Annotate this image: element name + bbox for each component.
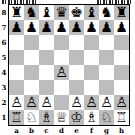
piece-white-pawn-e2[interactable]: ♙	[69, 95, 84, 110]
square-d2[interactable]	[54, 95, 69, 110]
square-g3[interactable]	[99, 80, 114, 95]
square-c8[interactable]: ♝	[39, 5, 54, 20]
square-h2[interactable]: ♙	[114, 95, 129, 110]
square-h8[interactable]: ♜	[114, 5, 129, 20]
square-c1[interactable]: ♗	[39, 110, 54, 125]
square-a5[interactable]	[9, 50, 24, 65]
rank-labels: 87654321	[0, 5, 8, 125]
square-d5[interactable]	[54, 50, 69, 65]
square-b6[interactable]	[24, 35, 39, 50]
rank-label-4: 4	[0, 65, 8, 80]
file-label-h: h	[114, 126, 129, 135]
rank-label-3: 3	[0, 80, 8, 95]
file-label-g: g	[99, 126, 114, 135]
square-c6[interactable]	[39, 35, 54, 50]
piece-black-knight-g8[interactable]: ♞	[99, 5, 114, 20]
square-f8[interactable]: ♝	[84, 5, 99, 20]
square-h3[interactable]	[114, 80, 129, 95]
piece-black-pawn-c7[interactable]: ♟	[39, 20, 54, 35]
square-b3[interactable]	[24, 80, 39, 95]
square-f5[interactable]	[84, 50, 99, 65]
rank-label-7: 7	[0, 20, 8, 35]
square-d6[interactable]	[54, 35, 69, 50]
square-c2[interactable]: ♙	[39, 95, 54, 110]
piece-white-knight-b1[interactable]: ♘	[24, 110, 39, 125]
piece-white-pawn-b2[interactable]: ♙	[24, 95, 39, 110]
square-b7[interactable]: ♟	[24, 20, 39, 35]
square-g7[interactable]: ♟	[99, 20, 114, 35]
square-f6[interactable]	[84, 35, 99, 50]
square-d8[interactable]: ♛	[54, 5, 69, 20]
square-f7[interactable]: ♟	[84, 20, 99, 35]
piece-white-bishop-c1[interactable]: ♗	[39, 110, 54, 125]
square-e8[interactable]: ♚	[69, 5, 84, 20]
square-a1[interactable]: ♖	[9, 110, 24, 125]
file-labels: abcdefgh	[9, 126, 129, 135]
file-label-b: b	[24, 126, 39, 135]
piece-black-pawn-h7[interactable]: ♟	[114, 20, 129, 35]
piece-white-pawn-a2[interactable]: ♙	[9, 95, 24, 110]
piece-white-pawn-d4[interactable]: ♙	[54, 65, 69, 80]
board-frame: ♜♞♝♛♚♝♞♜♟♟♟♟♟♟♟♟♙♙♙♙♙♙♙♙♖♘♗♕♔♗♘♖	[8, 4, 130, 126]
square-h4[interactable]	[114, 65, 129, 80]
piece-black-queen-d8[interactable]: ♛	[54, 5, 69, 20]
piece-black-pawn-e7[interactable]: ♟	[69, 20, 84, 35]
square-c4[interactable]	[39, 65, 54, 80]
square-e6[interactable]	[69, 35, 84, 50]
piece-white-pawn-c2[interactable]: ♙	[39, 95, 54, 110]
square-f1[interactable]: ♗	[84, 110, 99, 125]
square-b5[interactable]	[24, 50, 39, 65]
square-c3[interactable]	[39, 80, 54, 95]
rank-label-8: 8	[0, 5, 8, 20]
square-e4[interactable]	[69, 65, 84, 80]
square-d4[interactable]: ♙	[54, 65, 69, 80]
file-label-a: a	[9, 126, 24, 135]
piece-black-knight-b8[interactable]: ♞	[24, 5, 39, 20]
square-b2[interactable]: ♙	[24, 95, 39, 110]
square-d7[interactable]: ♟	[54, 20, 69, 35]
square-g8[interactable]: ♞	[99, 5, 114, 20]
piece-white-queen-d1[interactable]: ♕	[54, 110, 69, 125]
square-e1[interactable]: ♔	[69, 110, 84, 125]
piece-black-pawn-g7[interactable]: ♟	[99, 20, 114, 35]
square-a7[interactable]: ♟	[9, 20, 24, 35]
piece-black-bishop-f8[interactable]: ♝	[84, 5, 99, 20]
square-e5[interactable]	[69, 50, 84, 65]
square-f3[interactable]	[84, 80, 99, 95]
board: ♜♞♝♛♚♝♞♜♟♟♟♟♟♟♟♟♙♙♙♙♙♙♙♙♖♘♗♕♔♗♘♖	[9, 5, 129, 125]
square-d1[interactable]: ♕	[54, 110, 69, 125]
chess-diagram: 87654321 ♜♞♝♛♚♝♞♜♟♟♟♟♟♟♟♟♙♙♙♙♙♙♙♙♖♘♗♕♔♗♘…	[0, 0, 135, 135]
square-a6[interactable]	[9, 35, 24, 50]
square-c5[interactable]	[39, 50, 54, 65]
square-b1[interactable]: ♘	[24, 110, 39, 125]
piece-black-rook-a8[interactable]: ♜	[9, 5, 24, 20]
square-a2[interactable]: ♙	[9, 95, 24, 110]
piece-white-bishop-f1[interactable]: ♗	[84, 110, 99, 125]
square-a4[interactable]	[9, 65, 24, 80]
piece-white-rook-h1[interactable]: ♖	[114, 110, 129, 125]
square-b8[interactable]: ♞	[24, 5, 39, 20]
rank-label-5: 5	[0, 50, 8, 65]
square-a8[interactable]: ♜	[9, 5, 24, 20]
square-a3[interactable]	[9, 80, 24, 95]
file-label-f: f	[84, 126, 99, 135]
square-d3[interactable]	[54, 80, 69, 95]
piece-white-rook-a1[interactable]: ♖	[9, 110, 24, 125]
file-label-e: e	[69, 126, 84, 135]
rank-label-1: 1	[0, 110, 8, 125]
piece-white-pawn-h2[interactable]: ♙	[114, 95, 129, 110]
piece-black-bishop-c8[interactable]: ♝	[39, 5, 54, 20]
square-e3[interactable]	[69, 80, 84, 95]
piece-black-pawn-d7[interactable]: ♟	[54, 20, 69, 35]
square-b4[interactable]	[24, 65, 39, 80]
file-label-c: c	[39, 126, 54, 135]
rank-label-6: 6	[0, 35, 8, 50]
piece-white-pawn-g2[interactable]: ♙	[99, 95, 114, 110]
square-f2[interactable]: ♙	[84, 95, 99, 110]
square-h5[interactable]	[114, 50, 129, 65]
file-label-d: d	[54, 126, 69, 135]
square-e2[interactable]: ♙	[69, 95, 84, 110]
square-h7[interactable]: ♟	[114, 20, 129, 35]
square-h1[interactable]: ♖	[114, 110, 129, 125]
piece-white-king-e1[interactable]: ♔	[69, 110, 84, 125]
square-f4[interactable]	[84, 65, 99, 80]
piece-black-king-e8[interactable]: ♚	[69, 5, 84, 20]
square-g5[interactable]	[99, 50, 114, 65]
piece-white-pawn-f2[interactable]: ♙	[84, 95, 99, 110]
rank-label-2: 2	[0, 95, 8, 110]
piece-white-knight-g1[interactable]: ♘	[99, 110, 114, 125]
piece-black-pawn-a7[interactable]: ♟	[9, 20, 24, 35]
square-g4[interactable]	[99, 65, 114, 80]
square-g2[interactable]: ♙	[99, 95, 114, 110]
piece-black-rook-h8[interactable]: ♜	[114, 5, 129, 20]
piece-black-pawn-f7[interactable]: ♟	[84, 20, 99, 35]
square-c7[interactable]: ♟	[39, 20, 54, 35]
square-g6[interactable]	[99, 35, 114, 50]
square-e7[interactable]: ♟	[69, 20, 84, 35]
square-g1[interactable]: ♘	[99, 110, 114, 125]
square-h6[interactable]	[114, 35, 129, 50]
piece-black-pawn-b7[interactable]: ♟	[24, 20, 39, 35]
